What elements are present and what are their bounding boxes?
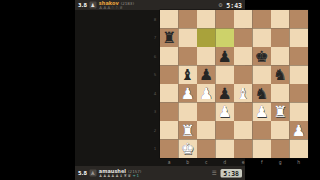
top-player-name[interactable]: shakov [99, 0, 119, 5]
square-a5[interactable] [160, 66, 179, 85]
square-g6[interactable] [271, 47, 290, 66]
square-e7[interactable] [234, 29, 253, 48]
piece-black-pawn-c5[interactable]: ♟ [197, 66, 216, 85]
rank-label-1: 1 [150, 140, 160, 159]
square-d2[interactable] [216, 121, 235, 140]
square-a1[interactable] [160, 140, 179, 159]
piece-black-king-f6[interactable]: ♚ [253, 47, 272, 66]
square-c3[interactable] [197, 103, 216, 122]
rank-label-3: 3 [150, 103, 160, 122]
piece-black-pawn-d4[interactable]: ♟ [216, 84, 235, 103]
top-clock: 5:43 [226, 1, 242, 9]
square-c5[interactable]: ♟ [197, 66, 216, 85]
rank-label-5: 5 [150, 66, 160, 85]
square-g1[interactable] [271, 140, 290, 159]
square-g5[interactable]: ♞ [271, 66, 290, 85]
rank-label-2: 2 [150, 121, 160, 140]
square-g4[interactable] [271, 84, 290, 103]
rank-label-6: 6 [150, 47, 160, 66]
settings-icon[interactable]: ⚙ [218, 2, 223, 9]
square-a4[interactable] [160, 84, 179, 103]
square-b6[interactable] [179, 47, 198, 66]
stage: 3.8 ♟ shakov (2183) ♙♙♙♘♘♕ ⚙ 5:43 5.8 ♙ [0, 0, 320, 180]
square-b5[interactable]: ♝ [179, 66, 198, 85]
square-g2[interactable] [271, 121, 290, 140]
top-score: 3.8 [78, 2, 87, 8]
material-advantage: +1 [133, 173, 140, 178]
square-h4[interactable] [290, 84, 309, 103]
square-f6[interactable]: ♚ [253, 47, 272, 66]
square-e3[interactable] [234, 103, 253, 122]
file-label-g: g [271, 158, 290, 166]
bottom-player-info: amaushel (2157) ♟♟♟♟♟♝♜♛+1 [99, 168, 141, 178]
square-f5[interactable] [253, 66, 272, 85]
square-d3[interactable]: ♟ [216, 103, 235, 122]
bottom-player-avatar[interactable]: ♙ [89, 170, 96, 177]
bottom-clock: 5:38 [220, 169, 242, 178]
file-label-c: c [197, 158, 216, 166]
piece-white-pawn-f3[interactable]: ♟ [253, 103, 272, 122]
square-d7[interactable] [216, 29, 235, 48]
top-player-info: shakov (2183) ♙♙♙♘♘♕ [99, 0, 134, 10]
square-e2[interactable] [234, 121, 253, 140]
rank-labels: 87654321 [150, 10, 160, 158]
file-label-h: h [290, 158, 309, 166]
square-c1[interactable] [197, 140, 216, 159]
square-b3[interactable] [179, 103, 198, 122]
square-c4[interactable]: ♟ [197, 84, 216, 103]
piece-white-pawn-d3[interactable]: ♟ [216, 103, 235, 122]
piece-white-pawn-c4[interactable]: ♟ [197, 84, 216, 103]
square-e1[interactable] [234, 140, 253, 159]
square-d8[interactable] [216, 10, 235, 29]
top-player-bar: 3.8 ♟ shakov (2183) ♙♙♙♘♘♕ ⚙ 5:43 [75, 0, 245, 10]
top-player-avatar[interactable]: ♟ [89, 2, 96, 9]
square-c2[interactable] [197, 121, 216, 140]
piece-white-bishop-e4[interactable]: ♝ [234, 84, 253, 103]
square-b1[interactable]: ♚ [179, 140, 198, 159]
square-g3[interactable]: ♜ [271, 103, 290, 122]
piece-white-rook-b2[interactable]: ♜ [179, 121, 198, 140]
piece-black-bishop-b5[interactable]: ♝ [179, 66, 198, 85]
square-f7[interactable] [253, 29, 272, 48]
square-b8[interactable] [179, 10, 198, 29]
bottom-score: 5.8 [78, 170, 87, 176]
screenshot: 3.8 ♟ shakov (2183) ♙♙♙♘♘♕ ⚙ 5:43 5.8 ♙ [0, 0, 320, 180]
square-a3[interactable] [160, 103, 179, 122]
square-e4[interactable]: ♝ [234, 84, 253, 103]
bottom-player-bar: 5.8 ♙ amaushel (2157) ♟♟♟♟♟♝♜♛+1 ☰ 5:38 [75, 166, 245, 180]
square-h7[interactable] [290, 29, 309, 48]
square-d5[interactable] [216, 66, 235, 85]
rank-label-4: 4 [150, 84, 160, 103]
square-h5[interactable] [290, 66, 309, 85]
square-f2[interactable] [253, 121, 272, 140]
square-e6[interactable] [234, 47, 253, 66]
rank-label-7: 7 [150, 29, 160, 48]
square-b7[interactable] [179, 29, 198, 48]
piece-white-rook-g3[interactable]: ♜ [271, 103, 290, 122]
square-a7[interactable]: ♜ [160, 29, 179, 48]
square-e8[interactable] [234, 10, 253, 29]
square-a8[interactable] [160, 10, 179, 29]
app-screen: 3.8 ♟ shakov (2183) ♙♙♙♘♘♕ ⚙ 5:43 5.8 ♙ [75, 0, 245, 180]
square-h2[interactable]: ♟ [290, 121, 309, 140]
piece-white-pawn-h2[interactable]: ♟ [290, 121, 309, 140]
piece-black-rook-a7[interactable]: ♜ [160, 29, 179, 48]
top-captured-pieces: ♙♙♙♘♘♕ [99, 6, 134, 10]
file-labels: abcdefgh [160, 158, 308, 166]
file-label-a: a [160, 158, 179, 166]
square-h6[interactable] [290, 47, 309, 66]
file-label-f: f [253, 158, 272, 166]
piece-white-king-b1[interactable]: ♚ [179, 140, 198, 159]
square-d6[interactable]: ♟ [216, 47, 235, 66]
square-g7[interactable] [271, 29, 290, 48]
square-f1[interactable] [253, 140, 272, 159]
piece-black-pawn-d6[interactable]: ♟ [216, 47, 235, 66]
square-f4[interactable]: ♞ [253, 84, 272, 103]
square-a2[interactable] [160, 121, 179, 140]
bottom-captured-pieces: ♟♟♟♟♟♝♜♛+1 [99, 174, 141, 178]
square-b2[interactable]: ♜ [179, 121, 198, 140]
square-h1[interactable] [290, 140, 309, 159]
file-label-e: e [234, 158, 253, 166]
square-h3[interactable] [290, 103, 309, 122]
square-c6[interactable] [197, 47, 216, 66]
file-label-b: b [179, 158, 198, 166]
square-h8[interactable] [290, 10, 309, 29]
square-f8[interactable] [253, 10, 272, 29]
square-c7[interactable] [197, 29, 216, 48]
square-g8[interactable] [271, 10, 290, 29]
square-e5[interactable] [234, 66, 253, 85]
square-d4[interactable]: ♟ [216, 84, 235, 103]
chess-board: ♜♟♚♝♟♞♟♟♟♝♞♟♟♜♜♟♚ [160, 10, 308, 158]
square-d1[interactable] [216, 140, 235, 159]
piece-black-knight-f4[interactable]: ♞ [253, 84, 272, 103]
square-b4[interactable]: ♟ [179, 84, 198, 103]
file-label-d: d [216, 158, 235, 166]
piece-black-knight-g5[interactable]: ♞ [271, 66, 290, 85]
square-c8[interactable] [197, 10, 216, 29]
square-a6[interactable] [160, 47, 179, 66]
bottom-captured-glyphs: ♟♟♟♟♟♝♜♛ [99, 173, 132, 178]
rank-label-8: 8 [150, 10, 160, 29]
menu-icon[interactable]: ☰ [212, 170, 217, 177]
square-f3[interactable]: ♟ [253, 103, 272, 122]
piece-white-pawn-b4[interactable]: ♟ [179, 84, 198, 103]
